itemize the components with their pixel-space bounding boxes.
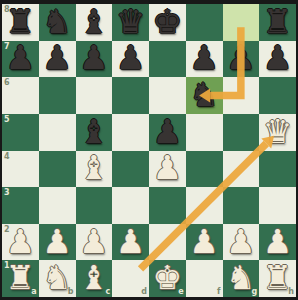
square-h2[interactable]: ♟ xyxy=(259,224,296,261)
black-pawn-c7[interactable]: ♟ xyxy=(76,40,113,77)
white-knight-g1[interactable]: ♞ xyxy=(223,259,260,296)
square-g4[interactable] xyxy=(223,151,260,188)
square-d8[interactable]: ♛ xyxy=(112,4,149,41)
rank-label-3: 3 xyxy=(4,188,10,197)
white-pawn-a2[interactable]: ♟ xyxy=(2,223,39,260)
square-g7[interactable]: ♟ xyxy=(223,41,260,78)
square-c4[interactable]: ♝ xyxy=(76,151,113,188)
black-pawn-d7[interactable]: ♟ xyxy=(112,40,149,77)
square-d7[interactable]: ♟ xyxy=(112,41,149,78)
square-c5[interactable]: ♝ xyxy=(76,114,113,151)
square-h3[interactable] xyxy=(259,187,296,224)
square-g3[interactable] xyxy=(223,187,260,224)
white-bishop-c1[interactable]: ♝ xyxy=(76,259,113,296)
black-rook-h8[interactable]: ♜ xyxy=(259,3,296,40)
square-b7[interactable]: ♟ xyxy=(39,41,76,78)
square-a6[interactable]: 6 xyxy=(2,77,39,114)
square-e2[interactable] xyxy=(149,224,186,261)
black-pawn-g7[interactable]: ♟ xyxy=(223,40,260,77)
white-bishop-c4[interactable]: ♝ xyxy=(76,150,113,187)
square-c2[interactable]: ♟ xyxy=(76,224,113,261)
square-b8[interactable]: ♞ xyxy=(39,4,76,41)
square-d6[interactable] xyxy=(112,77,149,114)
rank-label-4: 4 xyxy=(4,152,10,161)
square-a5[interactable]: 5 xyxy=(2,114,39,151)
black-queen-d8[interactable]: ♛ xyxy=(112,3,149,40)
square-f8[interactable] xyxy=(186,4,223,41)
white-pawn-g2[interactable]: ♟ xyxy=(223,223,260,260)
white-pawn-h2[interactable]: ♟ xyxy=(259,223,296,260)
square-f5[interactable] xyxy=(186,114,223,151)
square-h1[interactable]: h♜ xyxy=(259,260,296,297)
white-pawn-f2[interactable]: ♟ xyxy=(186,223,223,260)
square-b3[interactable] xyxy=(39,187,76,224)
square-a8[interactable]: 8♜ xyxy=(2,4,39,41)
white-queen-h5[interactable]: ♛ xyxy=(259,113,296,150)
black-bishop-c8[interactable]: ♝ xyxy=(76,3,113,40)
white-rook-h1[interactable]: ♜ xyxy=(259,259,296,296)
square-h4[interactable] xyxy=(259,151,296,188)
square-e7[interactable] xyxy=(149,41,186,78)
square-b1[interactable]: b♞ xyxy=(39,260,76,297)
square-e5[interactable]: ♟ xyxy=(149,114,186,151)
square-f6[interactable]: ♞ xyxy=(186,77,223,114)
rank-label-6: 6 xyxy=(4,78,10,87)
black-pawn-h7[interactable]: ♟ xyxy=(259,40,296,77)
square-g8[interactable] xyxy=(223,4,260,41)
white-pawn-c2[interactable]: ♟ xyxy=(76,223,113,260)
black-knight-b8[interactable]: ♞ xyxy=(39,3,76,40)
black-pawn-b7[interactable]: ♟ xyxy=(39,40,76,77)
black-king-e8[interactable]: ♚ xyxy=(149,3,186,40)
square-f1[interactable]: f xyxy=(186,260,223,297)
black-knight-f6[interactable]: ♞ xyxy=(186,76,223,113)
file-label-d: d xyxy=(141,287,147,296)
square-e3[interactable] xyxy=(149,187,186,224)
square-a7[interactable]: 7♟ xyxy=(2,41,39,78)
square-d5[interactable] xyxy=(112,114,149,151)
square-f3[interactable] xyxy=(186,187,223,224)
square-b4[interactable] xyxy=(39,151,76,188)
square-b2[interactable]: ♟ xyxy=(39,224,76,261)
black-pawn-a7[interactable]: ♟ xyxy=(2,40,39,77)
square-g1[interactable]: g♞ xyxy=(223,260,260,297)
square-h6[interactable] xyxy=(259,77,296,114)
black-pawn-e5[interactable]: ♟ xyxy=(149,113,186,150)
square-d1[interactable]: d xyxy=(112,260,149,297)
black-bishop-c5[interactable]: ♝ xyxy=(76,113,113,150)
square-b5[interactable] xyxy=(39,114,76,151)
square-a3[interactable]: 3 xyxy=(2,187,39,224)
white-pawn-b2[interactable]: ♟ xyxy=(39,223,76,260)
square-a2[interactable]: 2♟ xyxy=(2,224,39,261)
square-e8[interactable]: ♚ xyxy=(149,4,186,41)
square-c1[interactable]: c♝ xyxy=(76,260,113,297)
black-rook-a8[interactable]: ♜ xyxy=(2,3,39,40)
white-pawn-e4[interactable]: ♟ xyxy=(149,150,186,187)
square-g2[interactable]: ♟ xyxy=(223,224,260,261)
square-e1[interactable]: e♚ xyxy=(149,260,186,297)
square-c6[interactable] xyxy=(76,77,113,114)
square-g6[interactable] xyxy=(223,77,260,114)
square-e6[interactable] xyxy=(149,77,186,114)
rank-label-5: 5 xyxy=(4,115,10,124)
file-label-f: f xyxy=(217,287,220,296)
square-h8[interactable]: ♜ xyxy=(259,4,296,41)
square-b6[interactable] xyxy=(39,77,76,114)
white-king-e1[interactable]: ♚ xyxy=(149,259,186,296)
square-e4[interactable]: ♟ xyxy=(149,151,186,188)
chess-board-frame: 8♜♞♝♛♚♜7♟♟♟♟♟♟♟6♞5♝♟♛4♝♟32♟♟♟♟♟♟♟1a♜b♞c♝… xyxy=(0,0,298,300)
square-a1[interactable]: 1a♜ xyxy=(2,260,39,297)
square-a4[interactable]: 4 xyxy=(2,151,39,188)
square-f7[interactable]: ♟ xyxy=(186,41,223,78)
square-g5[interactable] xyxy=(223,114,260,151)
square-d4[interactable] xyxy=(112,151,149,188)
square-c3[interactable] xyxy=(76,187,113,224)
square-d2[interactable]: ♟ xyxy=(112,224,149,261)
square-d3[interactable] xyxy=(112,187,149,224)
square-f4[interactable] xyxy=(186,151,223,188)
square-h5[interactable]: ♛ xyxy=(259,114,296,151)
square-c8[interactable]: ♝ xyxy=(76,4,113,41)
white-knight-b1[interactable]: ♞ xyxy=(39,259,76,296)
square-f2[interactable]: ♟ xyxy=(186,224,223,261)
chess-board: 8♜♞♝♛♚♜7♟♟♟♟♟♟♟6♞5♝♟♛4♝♟32♟♟♟♟♟♟♟1a♜b♞c♝… xyxy=(2,4,296,297)
square-c7[interactable]: ♟ xyxy=(76,41,113,78)
white-rook-a1[interactable]: ♜ xyxy=(2,259,39,296)
square-h7[interactable]: ♟ xyxy=(259,41,296,78)
white-pawn-d2[interactable]: ♟ xyxy=(112,223,149,260)
black-pawn-f7[interactable]: ♟ xyxy=(186,40,223,77)
